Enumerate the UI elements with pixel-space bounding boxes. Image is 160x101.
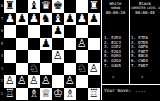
square-h7[interactable]: ♟	[88, 13, 100, 26]
column-divider	[129, 0, 130, 84]
white-queen: ♕	[40, 88, 52, 101]
white-pawn: ♙	[64, 75, 76, 88]
square-g6[interactable]	[76, 25, 88, 38]
chess-app-screen: 87654321 ♜♝♛♚♜♟♟♟♞♝♟♟♟♟♟♙♙♘♘♙♙♙♙♙♙♖♗♕♔♗♖…	[0, 0, 160, 100]
square-e4[interactable]: ♙	[52, 50, 64, 63]
square-g1[interactable]	[76, 88, 88, 101]
square-g8[interactable]	[76, 0, 88, 13]
square-h5[interactable]	[88, 38, 100, 51]
move-prompt-label: Your move:	[104, 88, 131, 93]
square-b5[interactable]	[16, 38, 28, 51]
black-pawn: ♟	[88, 13, 100, 26]
white-pawn: ♙	[28, 75, 40, 88]
square-c1[interactable]: ♗	[28, 88, 40, 101]
square-d8[interactable]: ♛	[40, 0, 52, 13]
square-d7[interactable]: ♞	[40, 13, 52, 26]
square-c5[interactable]	[28, 38, 40, 51]
white-bishop: ♗	[64, 88, 76, 101]
black-pawn: ♟	[28, 13, 40, 26]
black-rook: ♜	[88, 0, 100, 13]
white-pawn: ♙	[52, 50, 64, 63]
white-pawn: ♙	[16, 75, 28, 88]
white-rook: ♖	[88, 88, 100, 101]
square-h8[interactable]: ♜	[88, 0, 100, 13]
square-f6[interactable]	[64, 25, 76, 38]
black-knight: ♞	[40, 13, 52, 26]
move-input[interactable]: ....	[135, 88, 146, 93]
white-clock-block: White HUMAN 00:00:10	[103, 1, 128, 15]
move-entry: 7. G4G5	[104, 64, 128, 69]
black-rook: ♜	[4, 0, 16, 13]
black-move-marker: *	[141, 75, 143, 80]
square-b6[interactable]	[16, 25, 28, 38]
square-e3[interactable]	[52, 63, 64, 76]
square-f4[interactable]	[64, 50, 76, 63]
square-e1[interactable]: ♔	[52, 88, 64, 101]
panel-left-border	[101, 0, 102, 100]
square-d6[interactable]	[40, 25, 52, 38]
move-entry: 7. F6D7	[131, 64, 159, 69]
square-d5[interactable]: ♟	[40, 38, 52, 51]
square-c4[interactable]	[28, 50, 40, 63]
square-a1[interactable]: ♖	[4, 88, 16, 101]
square-c2[interactable]: ♙	[28, 75, 40, 88]
white-pawn: ♙	[40, 75, 52, 88]
black-queen: ♛	[40, 0, 52, 13]
black-clock-block: Black COMPUTER LEVEL 4 00:00:48	[131, 1, 159, 15]
white-rook: ♖	[4, 88, 16, 101]
white-clock: 00:00:10	[103, 10, 128, 15]
black-bishop: ♝	[28, 0, 40, 13]
square-b7[interactable]: ♟	[16, 13, 28, 26]
square-c7[interactable]: ♟	[28, 13, 40, 26]
square-g3[interactable]: ♘	[76, 63, 88, 76]
square-e8[interactable]: ♚	[52, 0, 64, 13]
white-king: ♔	[52, 88, 64, 101]
chess-board: ♜♝♛♚♜♟♟♟♞♝♟♟♟♟♟♙♙♘♘♙♙♙♙♙♙♖♗♕♔♗♖	[4, 0, 100, 100]
square-d4[interactable]	[40, 50, 52, 63]
black-pawn: ♟	[16, 13, 28, 26]
square-h2[interactable]	[88, 75, 100, 88]
square-d2[interactable]: ♙	[40, 75, 52, 88]
square-a2[interactable]: ♙	[4, 75, 16, 88]
square-a6[interactable]	[4, 25, 16, 38]
square-f8[interactable]	[64, 0, 76, 13]
square-g7[interactable]: ♟	[76, 13, 88, 26]
move-prompt: Your move:....	[104, 88, 146, 94]
black-pawn: ♟	[64, 13, 76, 26]
square-e6[interactable]: ♟	[52, 25, 64, 38]
square-a7[interactable]: ♟	[4, 13, 16, 26]
square-f7[interactable]: ♟	[64, 13, 76, 26]
square-f1[interactable]: ♗	[64, 88, 76, 101]
black-clock: 00:00:48	[131, 10, 159, 15]
black-king: ♚	[52, 0, 64, 13]
square-b4[interactable]	[16, 50, 28, 63]
square-h4[interactable]	[88, 50, 100, 63]
square-h3[interactable]: ♙	[88, 63, 100, 76]
white-move-marker: *	[112, 75, 114, 80]
square-b1[interactable]	[16, 88, 28, 101]
square-g2[interactable]	[76, 75, 88, 88]
square-e2[interactable]	[52, 75, 64, 88]
black-pawn: ♟	[52, 25, 64, 38]
white-bishop: ♗	[28, 88, 40, 101]
square-g4[interactable]	[76, 50, 88, 63]
square-f5[interactable]	[64, 38, 76, 51]
white-pawn: ♙	[76, 38, 88, 51]
square-b8[interactable]	[16, 0, 28, 13]
square-f2[interactable]: ♙	[64, 75, 76, 88]
info-panel: White HUMAN 00:00:10 Black COMPUTER LEVE…	[100, 0, 160, 100]
square-a8[interactable]: ♜	[4, 0, 16, 13]
square-d1[interactable]: ♕	[40, 88, 52, 101]
black-pawn: ♟	[4, 13, 16, 26]
square-a4[interactable]	[4, 50, 16, 63]
move-list-black: 1. E7E62. D7D53. G8F64. F8E75. B8C66. C6…	[131, 36, 159, 68]
square-c8[interactable]: ♝	[28, 0, 40, 13]
square-h1[interactable]: ♖	[88, 88, 100, 101]
square-g5[interactable]: ♙	[76, 38, 88, 51]
prompt-divider-line	[102, 84, 160, 85]
black-pawn: ♟	[40, 38, 52, 51]
square-h6[interactable]	[88, 25, 100, 38]
white-pawn: ♙	[4, 75, 16, 88]
square-a5[interactable]	[4, 38, 16, 51]
move-list-white: 1. E2E42. B1C33. G1E24. E2G35. H2H36. G2…	[104, 36, 128, 68]
white-pawn: ♙	[88, 63, 100, 76]
black-pawn: ♟	[76, 13, 88, 26]
white-knight: ♘	[76, 63, 88, 76]
square-b2[interactable]: ♙	[16, 75, 28, 88]
square-c6[interactable]	[28, 25, 40, 38]
